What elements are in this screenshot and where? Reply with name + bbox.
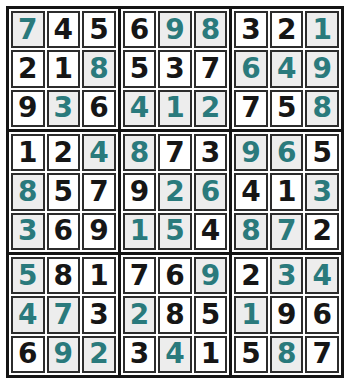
sudoku-cell[interactable]: 8 xyxy=(11,173,45,210)
sudoku-cell[interactable]: 7 xyxy=(123,257,157,294)
sudoku-box: 873926154 xyxy=(121,132,230,252)
sudoku-cell[interactable]: 3 xyxy=(123,336,157,373)
sudoku-box: 745218936 xyxy=(9,9,118,129)
sudoku-cell[interactable]: 6 xyxy=(123,11,157,48)
sudoku-cell[interactable]: 2 xyxy=(234,257,268,294)
sudoku-cell[interactable]: 7 xyxy=(82,173,116,210)
sudoku-cell[interactable]: 7 xyxy=(194,50,228,87)
sudoku-cell[interactable]: 6 xyxy=(234,50,268,87)
sudoku-board: 7452189366985374123216497581248573698739… xyxy=(6,6,344,378)
sudoku-cell[interactable]: 3 xyxy=(305,173,339,210)
sudoku-box: 965413872 xyxy=(232,132,341,252)
sudoku-cell[interactable]: 8 xyxy=(47,257,81,294)
sudoku-cell[interactable]: 4 xyxy=(305,257,339,294)
sudoku-cell[interactable]: 1 xyxy=(305,11,339,48)
sudoku-cell[interactable]: 8 xyxy=(194,11,228,48)
sudoku-cell[interactable]: 5 xyxy=(234,336,268,373)
sudoku-cell[interactable]: 8 xyxy=(82,50,116,87)
sudoku-cell[interactable]: 8 xyxy=(234,213,268,250)
sudoku-cell[interactable]: 1 xyxy=(123,213,157,250)
sudoku-cell[interactable]: 5 xyxy=(158,213,192,250)
sudoku-cell[interactable]: 8 xyxy=(305,90,339,127)
sudoku-cell[interactable]: 7 xyxy=(270,213,304,250)
sudoku-cell[interactable]: 1 xyxy=(234,296,268,333)
sudoku-cell[interactable]: 5 xyxy=(11,257,45,294)
sudoku-box: 698537412 xyxy=(121,9,230,129)
sudoku-cell[interactable]: 6 xyxy=(158,257,192,294)
sudoku-cell[interactable]: 1 xyxy=(194,336,228,373)
sudoku-cell[interactable]: 3 xyxy=(47,90,81,127)
sudoku-cell[interactable]: 8 xyxy=(270,336,304,373)
sudoku-cell[interactable]: 2 xyxy=(82,336,116,373)
sudoku-cell[interactable]: 5 xyxy=(270,90,304,127)
sudoku-cell[interactable]: 9 xyxy=(11,90,45,127)
sudoku-cell[interactable]: 4 xyxy=(234,173,268,210)
sudoku-cell[interactable]: 4 xyxy=(158,336,192,373)
sudoku-cell[interactable]: 4 xyxy=(194,213,228,250)
sudoku-cell[interactable]: 6 xyxy=(82,90,116,127)
sudoku-cell[interactable]: 9 xyxy=(234,134,268,171)
sudoku-cell[interactable]: 1 xyxy=(158,90,192,127)
sudoku-cell[interactable]: 4 xyxy=(270,50,304,87)
sudoku-cell[interactable]: 9 xyxy=(305,50,339,87)
sudoku-cell[interactable]: 3 xyxy=(194,134,228,171)
sudoku-cell[interactable]: 6 xyxy=(305,296,339,333)
sudoku-box: 321649758 xyxy=(232,9,341,129)
sudoku-cell[interactable]: 9 xyxy=(82,213,116,250)
sudoku-cell[interactable]: 6 xyxy=(11,336,45,373)
sudoku-cell[interactable]: 5 xyxy=(123,50,157,87)
sudoku-cell[interactable]: 7 xyxy=(11,11,45,48)
sudoku-cell[interactable]: 9 xyxy=(158,11,192,48)
sudoku-cell[interactable]: 2 xyxy=(305,213,339,250)
sudoku-cell[interactable]: 3 xyxy=(82,296,116,333)
sudoku-cell[interactable]: 1 xyxy=(270,173,304,210)
sudoku-cell[interactable]: 9 xyxy=(123,173,157,210)
sudoku-cell[interactable]: 9 xyxy=(194,257,228,294)
sudoku-cell[interactable]: 2 xyxy=(123,296,157,333)
sudoku-cell[interactable]: 8 xyxy=(158,296,192,333)
sudoku-box: 581473692 xyxy=(9,255,118,375)
sudoku-cell[interactable]: 2 xyxy=(194,90,228,127)
sudoku-cell[interactable]: 2 xyxy=(47,134,81,171)
sudoku-cell[interactable]: 6 xyxy=(270,134,304,171)
sudoku-box: 124857369 xyxy=(9,132,118,252)
sudoku-box: 234196587 xyxy=(232,255,341,375)
sudoku-cell[interactable]: 7 xyxy=(234,90,268,127)
sudoku-cell[interactable]: 2 xyxy=(158,173,192,210)
sudoku-cell[interactable]: 3 xyxy=(270,257,304,294)
sudoku-cell[interactable]: 4 xyxy=(11,296,45,333)
sudoku-cell[interactable]: 6 xyxy=(47,213,81,250)
sudoku-cell[interactable]: 4 xyxy=(82,134,116,171)
sudoku-cell[interactable]: 7 xyxy=(158,134,192,171)
sudoku-cell[interactable]: 5 xyxy=(194,296,228,333)
sudoku-cell[interactable]: 9 xyxy=(47,336,81,373)
sudoku-cell[interactable]: 2 xyxy=(270,11,304,48)
sudoku-cell[interactable]: 3 xyxy=(234,11,268,48)
sudoku-cell[interactable]: 4 xyxy=(47,11,81,48)
sudoku-cell[interactable]: 7 xyxy=(305,336,339,373)
sudoku-cell[interactable]: 6 xyxy=(194,173,228,210)
sudoku-cell[interactable]: 5 xyxy=(47,173,81,210)
sudoku-cell[interactable]: 5 xyxy=(305,134,339,171)
sudoku-cell[interactable]: 1 xyxy=(47,50,81,87)
sudoku-cell[interactable]: 1 xyxy=(82,257,116,294)
sudoku-cell[interactable]: 4 xyxy=(123,90,157,127)
sudoku-box: 769285341 xyxy=(121,255,230,375)
sudoku-cell[interactable]: 1 xyxy=(11,134,45,171)
sudoku-cell[interactable]: 2 xyxy=(11,50,45,87)
sudoku-cell[interactable]: 3 xyxy=(11,213,45,250)
sudoku-cell[interactable]: 8 xyxy=(123,134,157,171)
sudoku-cell[interactable]: 7 xyxy=(47,296,81,333)
sudoku-cell[interactable]: 5 xyxy=(82,11,116,48)
sudoku-cell[interactable]: 3 xyxy=(158,50,192,87)
sudoku-cell[interactable]: 9 xyxy=(270,296,304,333)
